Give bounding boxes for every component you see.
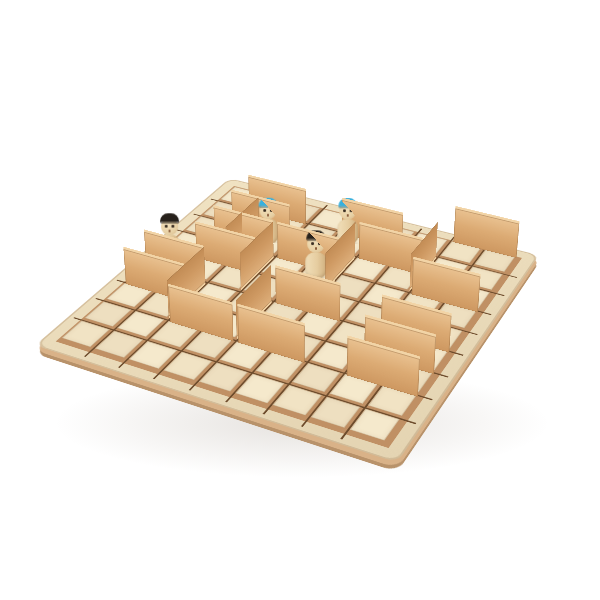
pawn-cap-black — [160, 213, 179, 224]
pawn-mouth — [346, 214, 348, 216]
product-photo-scene — [0, 0, 600, 600]
pawn-eye-left — [165, 224, 167, 226]
pawn-mouth — [314, 247, 316, 249]
pawn-eye-left — [343, 209, 345, 211]
pawn-eye-right — [171, 224, 173, 226]
pawn-mouth — [168, 229, 170, 231]
pawn-mouth — [266, 213, 268, 215]
pawn-eye-left — [263, 209, 265, 211]
pawn-eye-left — [311, 242, 313, 244]
